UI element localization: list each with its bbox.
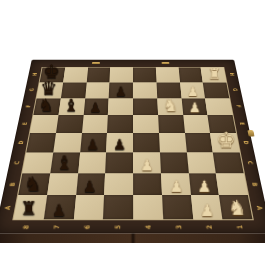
rank-label-bottom-7: 7 bbox=[50, 221, 63, 231]
square-c7: ♝ bbox=[50, 152, 80, 173]
square-g5: ♟ bbox=[108, 82, 132, 98]
square-g8: ♛ bbox=[36, 82, 62, 98]
square-a7: ♟ bbox=[43, 195, 75, 219]
square-f4 bbox=[133, 98, 158, 115]
square-e6 bbox=[81, 115, 108, 133]
square-c3 bbox=[159, 152, 188, 173]
white-piece-r-h1: ♜ bbox=[208, 67, 221, 81]
square-g4 bbox=[133, 82, 157, 98]
square-d8 bbox=[26, 133, 55, 152]
square-g1 bbox=[203, 82, 229, 98]
file-label-left-g: G bbox=[26, 86, 36, 92]
square-f2: ♟ bbox=[181, 98, 207, 115]
square-a6 bbox=[73, 195, 104, 219]
hinge-icon bbox=[161, 62, 169, 64]
white-piece-p-g2: ♟ bbox=[187, 84, 199, 97]
file-label-left-a: A bbox=[0, 203, 13, 212]
square-f5 bbox=[108, 98, 133, 115]
rank-label-bottom-4: 4 bbox=[142, 221, 154, 231]
square-a8: ♜ bbox=[13, 195, 46, 219]
black-piece-r-a8: ♜ bbox=[20, 199, 37, 218]
chess-board: ♚♜♛♟♟♞♝♟♞♟♟♟♚♝♟♞♟♟♟♜♟♟♞ HHGGFFEEDDCCBBAA… bbox=[0, 59, 265, 232]
file-label-right-e: E bbox=[236, 120, 247, 127]
black-piece-n-b8: ♞ bbox=[23, 174, 41, 194]
file-label-left-b: B bbox=[5, 180, 18, 189]
rank-label-bottom-1: 1 bbox=[233, 221, 246, 231]
file-label-right-a: A bbox=[252, 203, 265, 212]
square-f3: ♞ bbox=[157, 98, 183, 115]
square-h6 bbox=[86, 67, 110, 82]
file-label-right-c: C bbox=[243, 158, 255, 166]
square-c6 bbox=[77, 152, 106, 173]
rank-label-bottom-3: 3 bbox=[172, 221, 184, 231]
square-e8 bbox=[30, 115, 58, 133]
file-label-left-d: D bbox=[14, 138, 26, 145]
square-f1 bbox=[205, 98, 232, 115]
square-b2: ♟ bbox=[188, 172, 219, 194]
file-label-right-h: H bbox=[226, 71, 236, 77]
file-label-left-c: C bbox=[10, 158, 22, 166]
square-e5 bbox=[107, 115, 133, 133]
square-g3 bbox=[156, 82, 181, 98]
white-piece-p-b3: ♟ bbox=[169, 178, 183, 194]
square-c4: ♟ bbox=[133, 152, 161, 173]
perspective-scene: ♚♜♛♟♟♞♝♟♞♟♟♟♚♝♟♞♟♟♟♜♟♟♞ HHGGFFEEDDCCBBAA… bbox=[0, 0, 265, 265]
square-h8: ♚ bbox=[39, 67, 64, 82]
white-piece-p-b2: ♟ bbox=[197, 178, 211, 194]
square-d6: ♟ bbox=[79, 133, 107, 152]
square-c2 bbox=[186, 152, 216, 173]
square-h2 bbox=[178, 67, 203, 82]
file-label-left-f: F bbox=[22, 102, 33, 109]
square-d3 bbox=[158, 133, 186, 152]
square-g7 bbox=[60, 82, 86, 98]
rank-label-bottom-6: 6 bbox=[80, 221, 92, 231]
black-piece-n-f8: ♞ bbox=[38, 96, 54, 113]
file-label-right-b: B bbox=[247, 180, 260, 189]
square-d1: ♚ bbox=[210, 133, 239, 152]
square-g6 bbox=[84, 82, 109, 98]
square-d4 bbox=[133, 133, 160, 152]
square-h1: ♜ bbox=[200, 67, 225, 82]
square-a4 bbox=[133, 195, 163, 219]
square-h3 bbox=[155, 67, 179, 82]
square-h5 bbox=[109, 67, 132, 82]
square-b6: ♟ bbox=[75, 172, 105, 194]
square-a5 bbox=[103, 195, 133, 219]
white-piece-p-c4: ♟ bbox=[140, 157, 153, 172]
file-label-right-f: F bbox=[232, 102, 243, 109]
square-a2: ♟ bbox=[190, 195, 222, 219]
black-piece-p-d6: ♟ bbox=[86, 137, 99, 151]
square-b1 bbox=[215, 172, 247, 194]
black-piece-k-h8: ♚ bbox=[42, 62, 59, 81]
square-a1: ♞ bbox=[219, 195, 252, 219]
white-piece-p-f2: ♟ bbox=[189, 100, 201, 114]
white-piece-n-f3: ♞ bbox=[162, 96, 178, 113]
square-f7: ♝ bbox=[58, 98, 84, 115]
black-piece-p-f6: ♟ bbox=[89, 100, 101, 114]
square-h7 bbox=[62, 67, 87, 82]
black-piece-p-d5: ♟ bbox=[113, 137, 126, 151]
square-c5 bbox=[105, 152, 133, 173]
square-b8: ♞ bbox=[18, 172, 50, 194]
hinge-icon bbox=[92, 62, 100, 64]
white-piece-n-a1: ♞ bbox=[228, 197, 247, 218]
square-e1 bbox=[207, 115, 235, 133]
square-c8 bbox=[22, 152, 53, 173]
rank-label-bottom-5: 5 bbox=[111, 221, 123, 231]
black-piece-b-c7: ♝ bbox=[55, 152, 72, 171]
file-label-left-h: H bbox=[29, 71, 39, 77]
square-b7 bbox=[46, 172, 77, 194]
black-piece-p-a7: ♟ bbox=[51, 202, 66, 218]
square-c1 bbox=[213, 152, 244, 173]
black-piece-p-g5: ♟ bbox=[115, 84, 127, 97]
square-d7 bbox=[52, 133, 81, 152]
board-front-edge bbox=[0, 233, 265, 243]
file-label-left-e: E bbox=[18, 120, 29, 127]
square-a3 bbox=[161, 195, 192, 219]
white-piece-p-a2: ♟ bbox=[200, 202, 215, 218]
square-e7 bbox=[55, 115, 82, 133]
square-b4 bbox=[133, 172, 162, 194]
file-label-right-d: D bbox=[239, 138, 251, 145]
black-piece-p-b6: ♟ bbox=[82, 178, 96, 194]
square-e4 bbox=[133, 115, 159, 133]
square-g2: ♟ bbox=[179, 82, 205, 98]
rank-label-bottom-2: 2 bbox=[202, 221, 215, 231]
square-e2 bbox=[182, 115, 209, 133]
square-e3 bbox=[157, 115, 184, 133]
chess-set-photo: ♚♜♛♟♟♞♝♟♞♟♟♟♚♝♟♞♟♟♟♜♟♟♞ HHGGFFEEDDCCBBAA… bbox=[0, 0, 265, 265]
square-d5: ♟ bbox=[106, 133, 133, 152]
square-h4 bbox=[133, 67, 156, 82]
square-f8: ♞ bbox=[33, 98, 60, 115]
square-d2 bbox=[184, 133, 213, 152]
board-squares: ♚♜♛♟♟♞♝♟♞♟♟♟♚♝♟♞♟♟♟♜♟♟♞ bbox=[12, 67, 254, 220]
rank-label-bottom-8: 8 bbox=[19, 221, 32, 231]
file-label-right-g: G bbox=[229, 86, 239, 92]
square-f6: ♟ bbox=[83, 98, 109, 115]
square-b3: ♟ bbox=[160, 172, 190, 194]
black-piece-b-f7: ♝ bbox=[63, 96, 79, 113]
square-b5 bbox=[104, 172, 133, 194]
clasp-icon bbox=[247, 130, 254, 137]
